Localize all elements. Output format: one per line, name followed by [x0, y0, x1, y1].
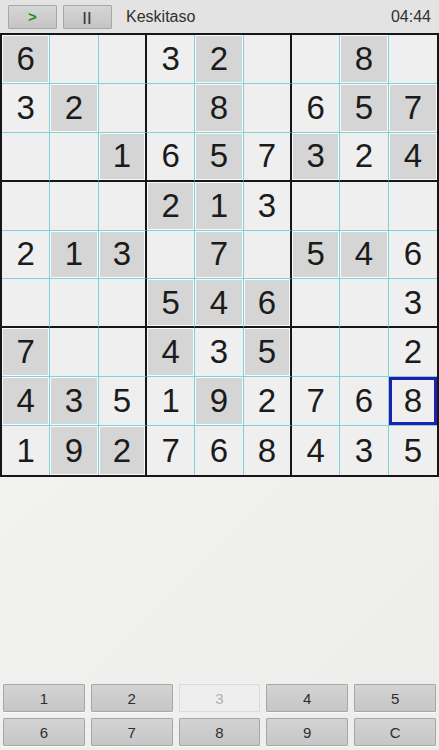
cell-r4c4[interactable]: 2 — [147, 182, 195, 231]
pause-button[interactable]: || — [63, 5, 112, 29]
keypad-button-3: 3 — [179, 684, 261, 712]
cell-r2c7[interactable]: 6 — [292, 84, 340, 133]
cell-r9c6[interactable]: 8 — [244, 426, 292, 475]
cell-r2c8[interactable]: 5 — [340, 84, 388, 133]
keypad-button-9[interactable]: 9 — [266, 718, 348, 746]
cell-r1c6[interactable] — [244, 35, 292, 84]
cell-r2c3[interactable] — [99, 84, 147, 133]
cell-r3c3[interactable]: 1 — [99, 133, 147, 182]
cell-r2c4[interactable] — [147, 84, 195, 133]
cell-r3c1[interactable] — [2, 133, 50, 182]
cell-r6c1[interactable] — [2, 279, 50, 328]
cell-r8c3[interactable]: 5 — [99, 377, 147, 426]
cell-r1c7[interactable] — [292, 35, 340, 84]
top-bar: > || Keskitaso 04:44 — [0, 0, 439, 33]
cell-r6c4[interactable]: 5 — [147, 279, 195, 328]
cell-r6c3[interactable] — [99, 279, 147, 328]
cell-r3c7[interactable]: 3 — [292, 133, 340, 182]
number-keypad: 12345 6789C — [0, 684, 439, 746]
cell-r9c2[interactable]: 9 — [50, 426, 98, 475]
cell-r5c1[interactable]: 2 — [2, 231, 50, 280]
keypad-row-2: 6789C — [2, 718, 437, 746]
cell-r3c4[interactable]: 6 — [147, 133, 195, 182]
pause-icon: || — [83, 10, 92, 23]
keypad-row-1: 12345 — [2, 684, 437, 712]
cell-r9c5[interactable]: 6 — [195, 426, 243, 475]
cell-r2c6[interactable] — [244, 84, 292, 133]
game-timer: 04:44 — [391, 8, 431, 26]
cell-r8c1[interactable]: 4 — [2, 377, 50, 426]
cell-r7c3[interactable] — [99, 328, 147, 377]
cell-r7c8[interactable] — [340, 328, 388, 377]
cell-r1c8[interactable]: 8 — [340, 35, 388, 84]
cell-r3c6[interactable]: 7 — [244, 133, 292, 182]
cell-r4c3[interactable] — [99, 182, 147, 231]
back-button[interactable]: > — [8, 5, 57, 29]
cell-r5c2[interactable]: 1 — [50, 231, 98, 280]
cell-r6c9[interactable]: 3 — [389, 279, 437, 328]
keypad-button-8[interactable]: 8 — [179, 718, 261, 746]
cell-r4c2[interactable] — [50, 182, 98, 231]
difficulty-title: Keskitaso — [126, 8, 195, 26]
cell-r1c1[interactable]: 6 — [2, 35, 50, 84]
sudoku-board: 6328328657165732421321375465463743524351… — [0, 33, 439, 477]
cell-r5c5[interactable]: 7 — [195, 231, 243, 280]
cell-r1c5[interactable]: 2 — [195, 35, 243, 84]
keypad-button-c[interactable]: C — [354, 718, 436, 746]
cell-r6c8[interactable] — [340, 279, 388, 328]
cell-r2c1[interactable]: 3 — [2, 84, 50, 133]
cell-r9c4[interactable]: 7 — [147, 426, 195, 475]
cell-r4c1[interactable] — [2, 182, 50, 231]
keypad-button-4[interactable]: 4 — [266, 684, 348, 712]
cell-r2c5[interactable]: 8 — [195, 84, 243, 133]
keypad-button-7[interactable]: 7 — [91, 718, 173, 746]
cell-r9c1[interactable]: 1 — [2, 426, 50, 475]
cell-r4c9[interactable] — [389, 182, 437, 231]
cell-r5c7[interactable]: 5 — [292, 231, 340, 280]
cell-r5c4[interactable] — [147, 231, 195, 280]
cell-r2c2[interactable]: 2 — [50, 84, 98, 133]
cell-r3c2[interactable] — [50, 133, 98, 182]
cell-r7c4[interactable]: 4 — [147, 328, 195, 377]
cell-r4c7[interactable] — [292, 182, 340, 231]
cell-r6c6[interactable]: 6 — [244, 279, 292, 328]
cell-r4c6[interactable]: 3 — [244, 182, 292, 231]
cell-r9c9[interactable]: 5 — [389, 426, 437, 475]
cell-r1c2[interactable] — [50, 35, 98, 84]
cell-r9c8[interactable]: 3 — [340, 426, 388, 475]
cell-r7c5[interactable]: 3 — [195, 328, 243, 377]
keypad-button-1[interactable]: 1 — [3, 684, 85, 712]
cell-r1c4[interactable]: 3 — [147, 35, 195, 84]
cell-r8c4[interactable]: 1 — [147, 377, 195, 426]
cell-r7c9[interactable]: 2 — [389, 328, 437, 377]
cell-r6c2[interactable] — [50, 279, 98, 328]
back-arrow-icon: > — [28, 9, 37, 24]
cell-r2c9[interactable]: 7 — [389, 84, 437, 133]
keypad-button-5[interactable]: 5 — [354, 684, 436, 712]
workspace-background — [0, 477, 439, 684]
cell-r8c7[interactable]: 7 — [292, 377, 340, 426]
cell-r1c3[interactable] — [99, 35, 147, 84]
cell-r3c5[interactable]: 5 — [195, 133, 243, 182]
keypad-button-2[interactable]: 2 — [91, 684, 173, 712]
cell-r1c9[interactable] — [389, 35, 437, 84]
cell-r5c3[interactable]: 3 — [99, 231, 147, 280]
cell-r5c9[interactable]: 6 — [389, 231, 437, 280]
cell-r5c6[interactable] — [244, 231, 292, 280]
keypad-button-6[interactable]: 6 — [3, 718, 85, 746]
cell-r7c1[interactable]: 7 — [2, 328, 50, 377]
cell-r3c9[interactable]: 4 — [389, 133, 437, 182]
cell-r9c7[interactable]: 4 — [292, 426, 340, 475]
cell-r6c7[interactable] — [292, 279, 340, 328]
cell-r7c6[interactable]: 5 — [244, 328, 292, 377]
cell-r8c9[interactable]: 8 — [389, 377, 437, 426]
cell-r4c8[interactable] — [340, 182, 388, 231]
cell-r6c5[interactable]: 4 — [195, 279, 243, 328]
cell-r8c6[interactable]: 2 — [244, 377, 292, 426]
cell-r9c3[interactable]: 2 — [99, 426, 147, 475]
cell-r4c5[interactable]: 1 — [195, 182, 243, 231]
cell-r7c2[interactable] — [50, 328, 98, 377]
cell-r8c8[interactable]: 6 — [340, 377, 388, 426]
cell-r5c8[interactable]: 4 — [340, 231, 388, 280]
cell-r7c7[interactable] — [292, 328, 340, 377]
cell-r8c2[interactable]: 3 — [50, 377, 98, 426]
cell-r3c8[interactable]: 2 — [340, 133, 388, 182]
cell-r8c5[interactable]: 9 — [195, 377, 243, 426]
